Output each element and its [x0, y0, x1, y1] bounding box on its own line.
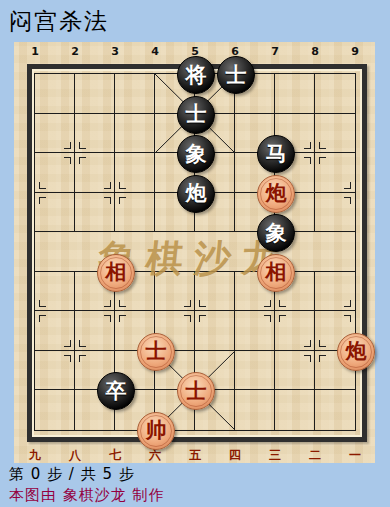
point-marker: [119, 315, 126, 322]
status-line: 第 0 步 / 共 5 步: [9, 465, 135, 484]
point-marker: [304, 340, 311, 347]
board-cell: [275, 74, 315, 114]
point-marker: [64, 142, 71, 149]
column-label-bottom: 一: [344, 447, 366, 464]
point-marker: [64, 157, 71, 164]
point-marker: [199, 315, 206, 322]
piece-glyph: 相: [106, 262, 127, 283]
piece-glyph: 相: [266, 262, 287, 283]
point-marker: [319, 157, 326, 164]
black-elephant-piece[interactable]: 象: [257, 214, 295, 252]
piece-glyph: 炮: [186, 183, 207, 204]
point-marker: [304, 142, 311, 149]
board-cell: [75, 74, 115, 114]
page-title: 闷宫杀法: [9, 6, 109, 37]
point-marker: [319, 142, 326, 149]
point-marker: [279, 315, 286, 322]
red-cannon-piece[interactable]: 炮: [257, 175, 295, 213]
column-label-top: 4: [144, 45, 166, 58]
piece-glyph: 士: [186, 104, 207, 125]
point-marker: [79, 340, 86, 347]
piece-glyph: 将: [186, 65, 207, 86]
board-cell: [35, 74, 75, 114]
board-cell: [235, 390, 275, 430]
point-marker: [64, 355, 71, 362]
point-marker: [304, 355, 311, 362]
board-cell: [235, 351, 275, 391]
red-advisor-piece[interactable]: 士: [177, 372, 215, 410]
point-marker: [344, 315, 351, 322]
point-marker: [344, 197, 351, 204]
black-advisor-piece[interactable]: 士: [217, 56, 255, 94]
piece-glyph: 士: [226, 65, 247, 86]
board-cell: [275, 390, 315, 430]
column-label-top: 3: [104, 45, 126, 58]
column-label-bottom: 二: [304, 447, 326, 464]
column-label-top: 7: [264, 45, 286, 58]
point-marker: [184, 315, 191, 322]
point-marker: [319, 355, 326, 362]
black-elephant-piece[interactable]: 象: [177, 135, 215, 173]
piece-glyph: 炮: [266, 183, 287, 204]
credit-line: 本图由 象棋沙龙 制作: [9, 486, 165, 505]
red-general-piece[interactable]: 帅: [137, 412, 175, 450]
point-marker: [39, 315, 46, 322]
piece-glyph: 炮: [346, 341, 367, 362]
column-label-bottom: 七: [104, 447, 126, 464]
black-advisor-piece[interactable]: 士: [177, 96, 215, 134]
column-label-top: 1: [24, 45, 46, 58]
piece-glyph: 士: [186, 381, 207, 402]
column-label-bottom: 八: [64, 447, 86, 464]
column-label-bottom: 四: [224, 447, 246, 464]
piece-glyph: 士: [146, 341, 167, 362]
point-marker: [264, 315, 271, 322]
point-marker: [319, 340, 326, 347]
point-marker: [119, 300, 126, 307]
board-cell: [115, 74, 155, 114]
piece-glyph: 象: [266, 223, 287, 244]
point-marker: [104, 315, 111, 322]
xiangqi-board[interactable]: 象棋沙龙 123456789 九八七六五四三二一 将士士象马炮炮象相相士炮卒士帅: [14, 42, 375, 463]
board-cell: [35, 390, 75, 430]
red-elephant-piece[interactable]: 相: [97, 254, 135, 292]
column-label-top: 9: [344, 45, 366, 58]
black-cannon-piece[interactable]: 炮: [177, 175, 215, 213]
point-marker: [39, 300, 46, 307]
board-cell: [315, 74, 355, 114]
point-marker: [64, 340, 71, 347]
river-cell: [315, 232, 355, 272]
point-marker: [119, 182, 126, 189]
board-cell: [315, 390, 355, 430]
column-label-bottom: 六: [144, 447, 166, 464]
black-general-piece[interactable]: 将: [177, 56, 215, 94]
point-marker: [104, 182, 111, 189]
red-advisor-piece[interactable]: 士: [137, 333, 175, 371]
piece-glyph: 马: [266, 144, 287, 165]
piece-glyph: 帅: [146, 420, 167, 441]
point-marker: [279, 300, 286, 307]
point-marker: [79, 142, 86, 149]
point-marker: [184, 300, 191, 307]
column-label-bottom: 九: [24, 447, 46, 464]
column-label-top: 8: [304, 45, 326, 58]
point-marker: [119, 197, 126, 204]
point-marker: [79, 355, 86, 362]
river-cell: [35, 232, 75, 272]
point-marker: [39, 197, 46, 204]
red-cannon-piece[interactable]: 炮: [337, 333, 375, 371]
column-label-bottom: 五: [184, 447, 206, 464]
point-marker: [79, 157, 86, 164]
point-marker: [199, 300, 206, 307]
point-marker: [344, 300, 351, 307]
piece-glyph: 象: [186, 144, 207, 165]
column-label-top: 2: [64, 45, 86, 58]
point-marker: [344, 182, 351, 189]
piece-glyph: 卒: [106, 381, 127, 402]
point-marker: [104, 197, 111, 204]
point-marker: [39, 182, 46, 189]
black-soldier-piece[interactable]: 卒: [97, 372, 135, 410]
column-label-bottom: 三: [264, 447, 286, 464]
point-marker: [104, 300, 111, 307]
black-horse-piece[interactable]: 马: [257, 135, 295, 173]
red-elephant-piece[interactable]: 相: [257, 254, 295, 292]
point-marker: [264, 300, 271, 307]
point-marker: [304, 157, 311, 164]
board-cell: [115, 114, 155, 154]
